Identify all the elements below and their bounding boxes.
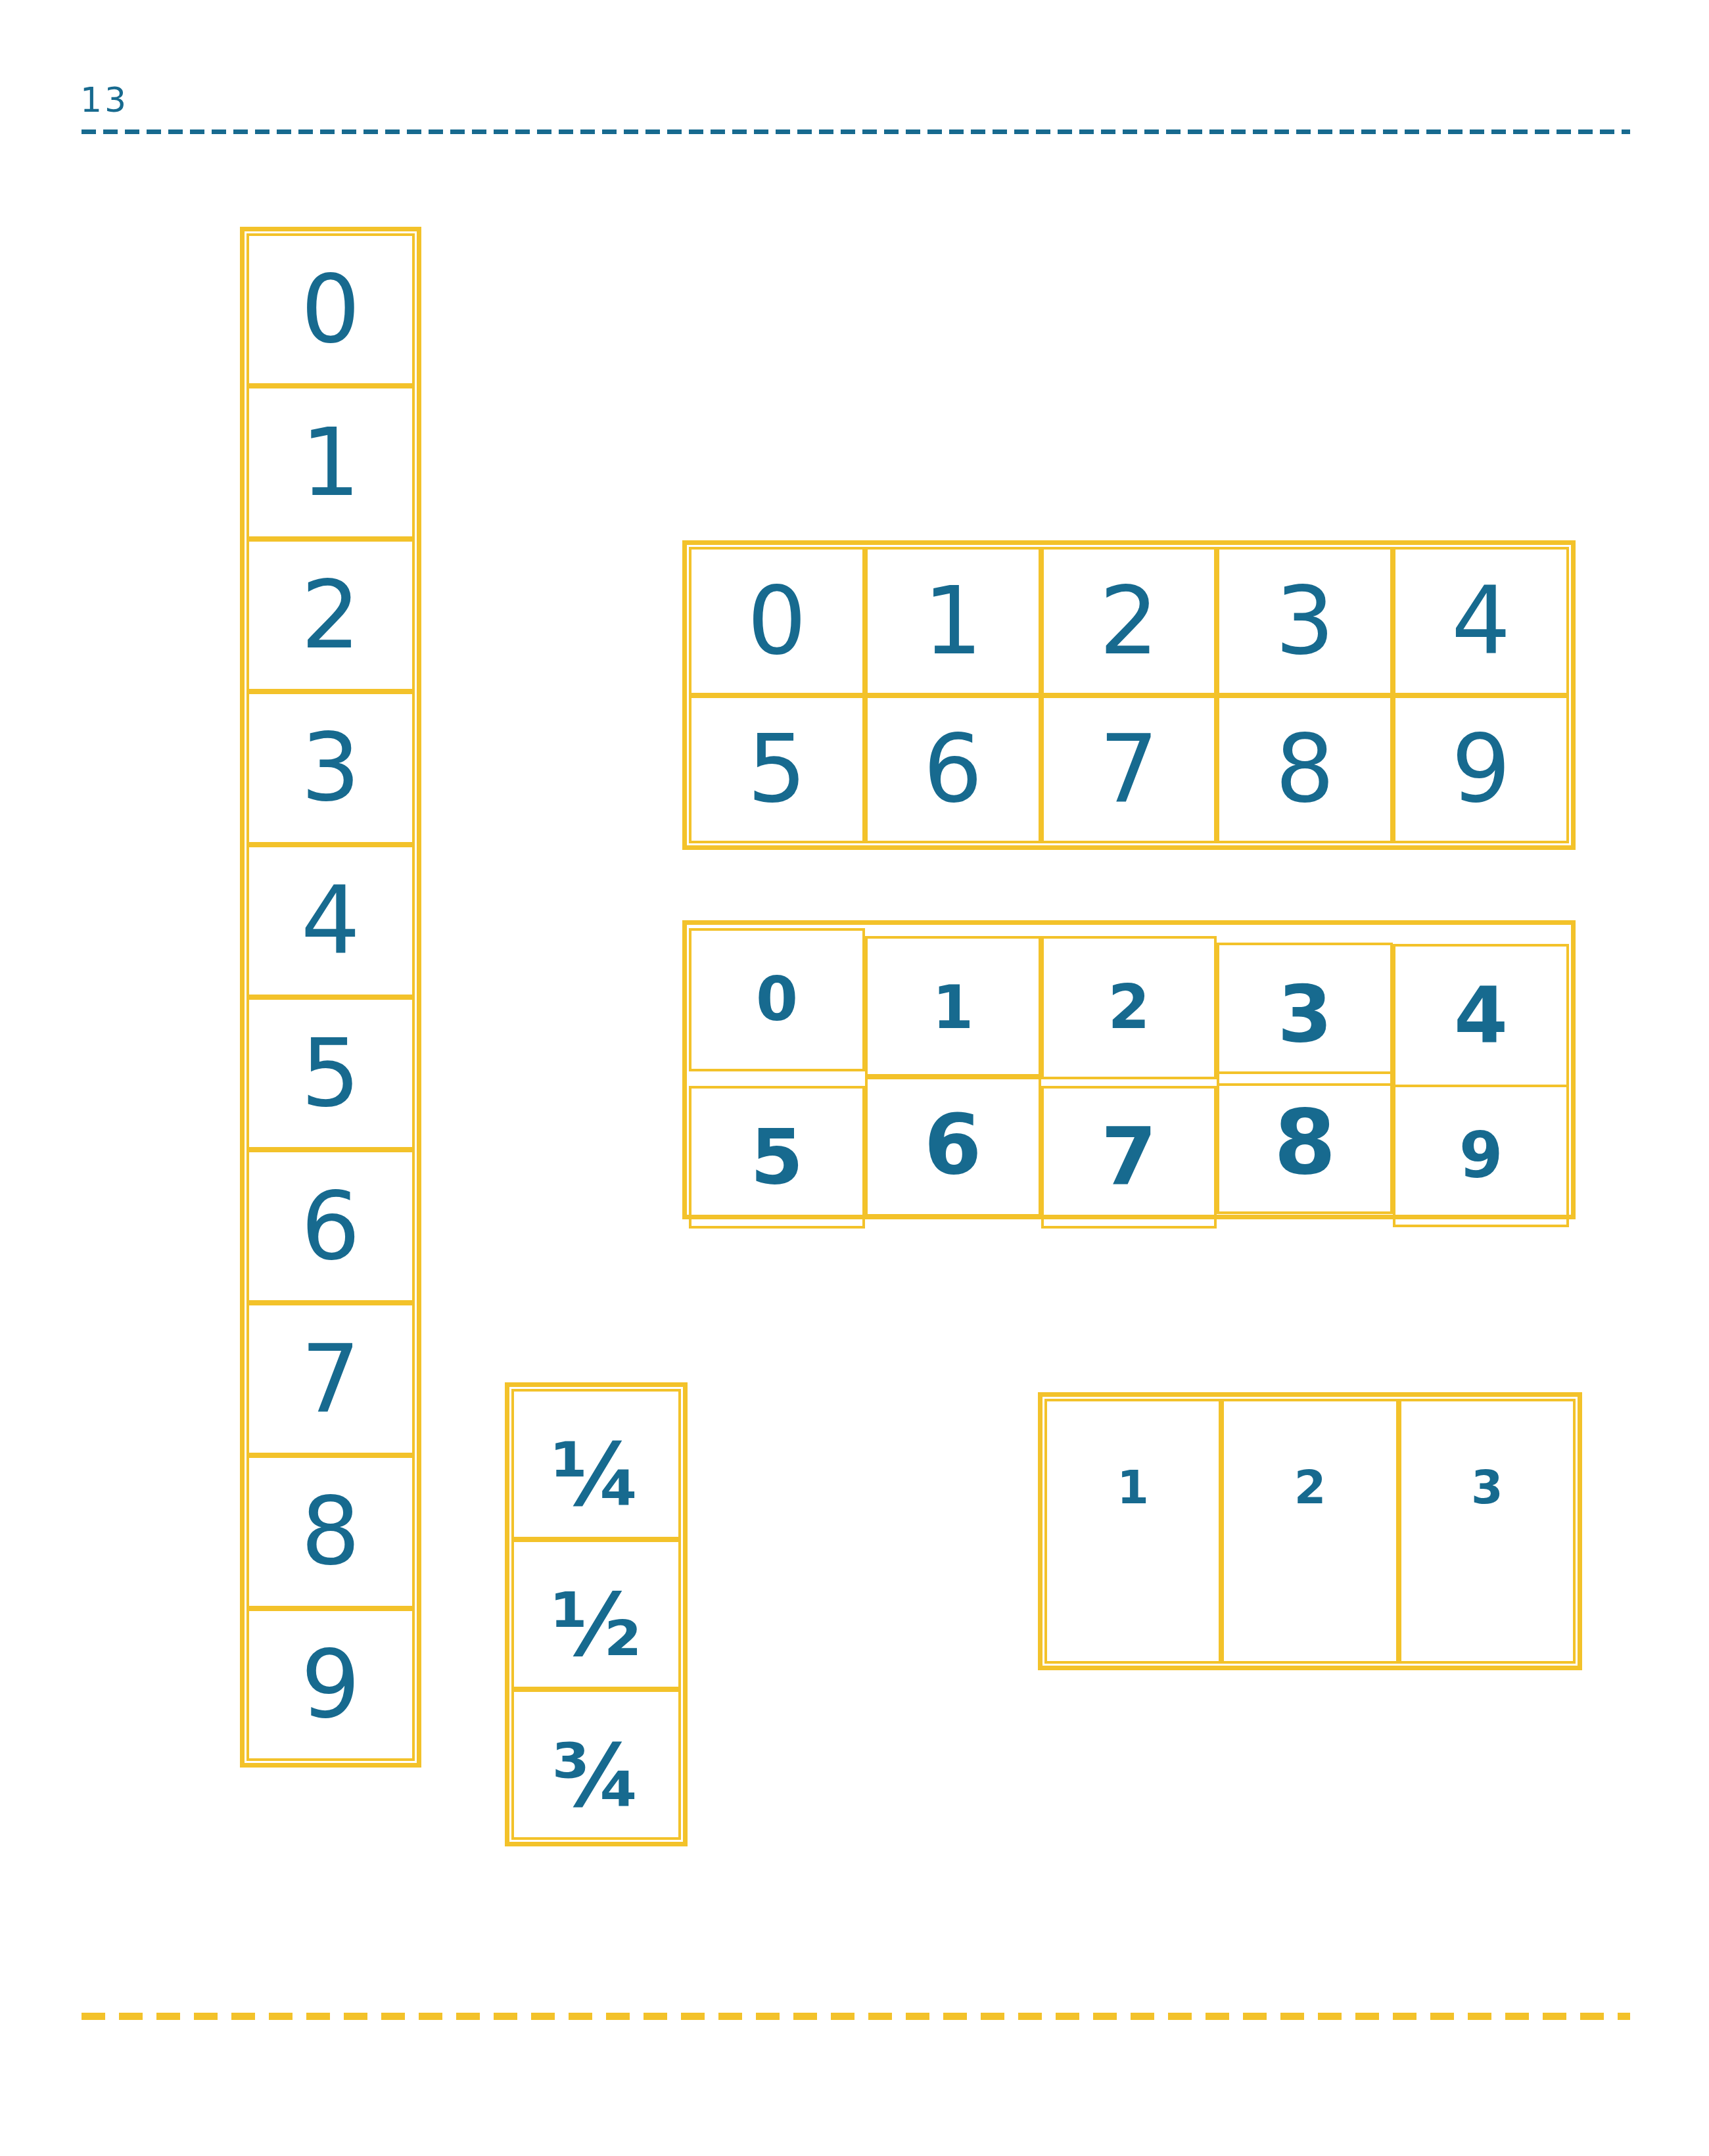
top-dashed-rule <box>82 129 1630 134</box>
worksheet-page: { "game": "number-flashcards-cut-out-wor… <box>0 0 1709 2156</box>
digit-card: 9 <box>246 1608 415 1761</box>
digit-card: 2 <box>1041 936 1217 1079</box>
digit-card: 3 <box>1399 1399 1576 1664</box>
digit-card: 6 <box>246 1150 415 1302</box>
fraction-three-quarters: ¾ <box>551 1732 642 1819</box>
fraction-quarter: ¼ <box>551 1431 642 1518</box>
digit-card: 5 <box>689 695 865 844</box>
digit-card: 2 <box>1041 547 1217 695</box>
digit-card: 9 <box>1393 695 1569 844</box>
digit-grid-small: 0 1 2 3 4 5 6 7 8 9 <box>682 920 1576 1219</box>
digit-card: 6 <box>865 1074 1041 1217</box>
digit-card: 4 <box>1393 547 1569 695</box>
digit-card: 1 <box>1044 1399 1221 1664</box>
digit-card: 3 <box>1217 943 1393 1086</box>
digit-card: 3 <box>246 691 415 844</box>
fraction-card: ½ <box>511 1539 681 1690</box>
digit-card: 7 <box>246 1303 415 1455</box>
digit-column-0-9: 0 1 2 3 4 5 6 7 8 9 <box>240 227 421 1768</box>
fraction-half: ½ <box>551 1582 642 1668</box>
digit-card: 0 <box>689 928 865 1071</box>
page-number: 13 <box>80 83 129 117</box>
digit-card: 1 <box>865 936 1041 1079</box>
bottom-dashed-rule <box>82 2013 1630 2020</box>
digit-card: 9 <box>1393 1085 1569 1228</box>
strip-1-2-3: 1 2 3 <box>1038 1392 1582 1670</box>
digit-card: 2 <box>246 539 415 691</box>
digit-card: 7 <box>1041 1086 1217 1229</box>
digit-card: 8 <box>246 1455 415 1608</box>
digit-card: 4 <box>246 845 415 997</box>
digit-card: 1 <box>246 386 415 538</box>
fraction-card: ¾ <box>511 1689 681 1840</box>
digit-card: 0 <box>246 233 415 386</box>
digit-card: 8 <box>1217 695 1393 844</box>
digit-card: 3 <box>1217 547 1393 695</box>
digit-card: 6 <box>865 695 1041 844</box>
digit-card: 5 <box>689 1086 865 1229</box>
digit-card: 2 <box>1221 1399 1398 1664</box>
digit-card: 8 <box>1217 1071 1393 1215</box>
fraction-column: ¼ ½ ¾ <box>505 1382 688 1846</box>
fraction-card: ¼ <box>511 1389 681 1539</box>
digit-card: 0 <box>689 547 865 695</box>
digit-grid-large: 0 1 2 3 4 5 6 7 8 9 <box>682 540 1576 850</box>
digit-card: 4 <box>1393 944 1569 1087</box>
digit-card: 1 <box>865 547 1041 695</box>
digit-card: 5 <box>246 997 415 1150</box>
digit-card: 7 <box>1041 695 1217 844</box>
